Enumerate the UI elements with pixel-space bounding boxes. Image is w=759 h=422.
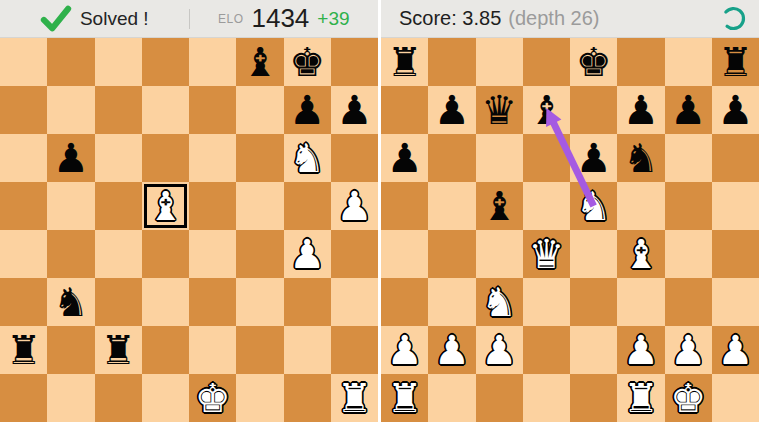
square-f8[interactable] xyxy=(617,38,664,86)
square-c5[interactable]: ♝ xyxy=(476,182,523,230)
square-h5[interactable]: ♟ xyxy=(331,182,378,230)
square-d2[interactable] xyxy=(523,326,570,374)
square-b2[interactable]: ♟ xyxy=(428,326,475,374)
square-d4[interactable] xyxy=(142,230,189,278)
black-knight: ♞ xyxy=(623,134,659,182)
square-d3[interactable] xyxy=(142,278,189,326)
square-e6[interactable] xyxy=(189,134,236,182)
elo-label: ELO xyxy=(218,12,244,26)
white-king: ♚ xyxy=(195,374,231,422)
elo-delta: +39 xyxy=(317,8,349,30)
solved-status: Solved ! xyxy=(0,5,189,33)
square-c2[interactable]: ♟ xyxy=(476,326,523,374)
black-knight: ♞ xyxy=(53,278,89,326)
square-d2[interactable] xyxy=(142,326,189,374)
square-a7[interactable] xyxy=(381,86,428,134)
square-g3[interactable] xyxy=(665,278,712,326)
black-pawn: ♟ xyxy=(670,86,706,134)
black-rook: ♜ xyxy=(387,38,423,86)
square-d8[interactable] xyxy=(523,38,570,86)
black-rook: ♜ xyxy=(100,326,136,374)
square-g2[interactable]: ♟ xyxy=(665,326,712,374)
black-king: ♚ xyxy=(576,38,612,86)
square-b3[interactable] xyxy=(428,278,475,326)
square-b5[interactable] xyxy=(428,182,475,230)
square-f1[interactable] xyxy=(236,374,283,422)
square-d6[interactable] xyxy=(523,134,570,182)
depth-label: (depth 26) xyxy=(508,7,599,30)
square-g7[interactable]: ♟ xyxy=(284,86,331,134)
square-a2[interactable]: ♜ xyxy=(0,326,47,374)
elo-status: ELO 1434 +39 xyxy=(190,3,379,34)
square-f2[interactable]: ♟ xyxy=(617,326,664,374)
square-d8[interactable] xyxy=(142,38,189,86)
square-f7[interactable]: ♟ xyxy=(617,86,664,134)
puzzle-header: Solved ! ELO 1434 +39 xyxy=(0,0,378,38)
square-e3[interactable] xyxy=(570,278,617,326)
square-a8[interactable]: ♜ xyxy=(381,38,428,86)
white-king: ♚ xyxy=(670,374,706,422)
square-g5[interactable] xyxy=(665,182,712,230)
square-b2[interactable] xyxy=(47,326,94,374)
square-f7[interactable] xyxy=(236,86,283,134)
square-e1[interactable]: ♚ xyxy=(189,374,236,422)
square-c1[interactable] xyxy=(95,374,142,422)
square-g6[interactable]: ♞ xyxy=(284,134,331,182)
square-f5[interactable] xyxy=(617,182,664,230)
square-h8[interactable]: ♜ xyxy=(712,38,759,86)
square-d1[interactable] xyxy=(523,374,570,422)
square-h7[interactable]: ♟ xyxy=(331,86,378,134)
square-f4[interactable]: ♝ xyxy=(617,230,664,278)
black-pawn: ♟ xyxy=(623,86,659,134)
square-e5[interactable]: ♞ xyxy=(570,182,617,230)
square-d7[interactable] xyxy=(142,86,189,134)
square-c5[interactable] xyxy=(95,182,142,230)
square-g4[interactable] xyxy=(665,230,712,278)
white-knight: ♞ xyxy=(481,278,517,326)
white-pawn: ♟ xyxy=(387,326,423,374)
square-f6[interactable]: ♞ xyxy=(617,134,664,182)
square-h6[interactable] xyxy=(712,134,759,182)
white-knight: ♞ xyxy=(289,134,325,182)
square-c4[interactable] xyxy=(95,230,142,278)
square-c8[interactable] xyxy=(95,38,142,86)
solved-label: Solved ! xyxy=(80,8,149,30)
square-e8[interactable]: ♚ xyxy=(570,38,617,86)
black-rook: ♜ xyxy=(717,38,753,86)
square-g8[interactable]: ♚ xyxy=(284,38,331,86)
square-a1[interactable]: ♜ xyxy=(381,374,428,422)
black-pawn: ♟ xyxy=(336,86,372,134)
square-b4[interactable] xyxy=(47,230,94,278)
black-pawn: ♟ xyxy=(289,86,325,134)
score-row: Score: 3.85 (depth 26) xyxy=(381,5,759,32)
square-d4[interactable]: ♛ xyxy=(523,230,570,278)
square-b7[interactable] xyxy=(47,86,94,134)
check-icon xyxy=(40,5,72,33)
loading-spinner-icon xyxy=(714,0,752,38)
square-a3[interactable] xyxy=(0,278,47,326)
black-rook: ♜ xyxy=(6,326,42,374)
square-a6[interactable]: ♟ xyxy=(381,134,428,182)
square-d5[interactable] xyxy=(523,182,570,230)
square-c8[interactable] xyxy=(476,38,523,86)
black-king: ♚ xyxy=(289,38,325,86)
square-a8[interactable] xyxy=(0,38,47,86)
black-bishop: ♝ xyxy=(242,38,278,86)
square-b1[interactable] xyxy=(428,374,475,422)
square-g5[interactable] xyxy=(284,182,331,230)
white-pawn: ♟ xyxy=(434,326,470,374)
square-e2[interactable] xyxy=(570,326,617,374)
square-e2[interactable] xyxy=(189,326,236,374)
square-a2[interactable]: ♟ xyxy=(381,326,428,374)
square-h7[interactable]: ♟ xyxy=(712,86,759,134)
square-e3[interactable] xyxy=(189,278,236,326)
white-rook: ♜ xyxy=(623,374,659,422)
square-c6[interactable] xyxy=(95,134,142,182)
square-c4[interactable] xyxy=(476,230,523,278)
white-bishop: ♝ xyxy=(147,182,183,230)
square-e7[interactable] xyxy=(570,86,617,134)
square-d7[interactable]: ♝ xyxy=(523,86,570,134)
square-e1[interactable] xyxy=(570,374,617,422)
square-f3[interactable] xyxy=(617,278,664,326)
square-c3[interactable]: ♞ xyxy=(476,278,523,326)
white-rook: ♜ xyxy=(387,374,423,422)
square-g6[interactable] xyxy=(665,134,712,182)
square-h4[interactable] xyxy=(331,230,378,278)
square-h8[interactable] xyxy=(331,38,378,86)
black-queen: ♛ xyxy=(481,86,517,134)
square-f3[interactable] xyxy=(236,278,283,326)
chess-app: Solved ! ELO 1434 +39 ♝♚♟♟♟♞♝♟♟♞♜♜♚♜ Sco… xyxy=(0,0,759,422)
score-label: Score: 3.85 xyxy=(399,7,501,30)
analysis-board: ♜♚♜♟♛♝♟♟♟♟♟♞♝♞♛♝♞♟♟♟♟♟♟♜♜♚ xyxy=(381,38,759,422)
white-pawn: ♟ xyxy=(717,326,753,374)
analysis-panel: Score: 3.85 (depth 26) ♜♚♜♟♛♝♟♟♟♟♟♞♝♞♛♝♞… xyxy=(381,0,759,422)
square-d1[interactable] xyxy=(142,374,189,422)
square-b1[interactable] xyxy=(47,374,94,422)
square-c6[interactable] xyxy=(476,134,523,182)
square-b6[interactable]: ♟ xyxy=(47,134,94,182)
square-c7[interactable] xyxy=(95,86,142,134)
white-pawn: ♟ xyxy=(336,182,372,230)
square-b7[interactable]: ♟ xyxy=(428,86,475,134)
square-f5[interactable] xyxy=(236,182,283,230)
black-pawn: ♟ xyxy=(434,86,470,134)
square-a4[interactable] xyxy=(0,230,47,278)
square-h2[interactable] xyxy=(331,326,378,374)
square-a1[interactable] xyxy=(0,374,47,422)
square-c7[interactable]: ♛ xyxy=(476,86,523,134)
square-b8[interactable] xyxy=(428,38,475,86)
square-e8[interactable] xyxy=(189,38,236,86)
white-pawn: ♟ xyxy=(670,326,706,374)
analysis-header: Score: 3.85 (depth 26) xyxy=(381,0,759,38)
white-queen: ♛ xyxy=(528,230,564,278)
square-f6[interactable] xyxy=(236,134,283,182)
square-g2[interactable] xyxy=(284,326,331,374)
square-d5[interactable]: ♝ xyxy=(142,182,189,230)
square-f2[interactable] xyxy=(236,326,283,374)
black-bishop: ♝ xyxy=(481,182,517,230)
square-e4[interactable] xyxy=(189,230,236,278)
square-h1[interactable] xyxy=(712,374,759,422)
square-e6[interactable]: ♟ xyxy=(570,134,617,182)
square-h4[interactable] xyxy=(712,230,759,278)
square-h3[interactable] xyxy=(331,278,378,326)
square-h5[interactable] xyxy=(712,182,759,230)
puzzle-board: ♝♚♟♟♟♞♝♟♟♞♜♜♚♜ xyxy=(0,38,378,422)
square-h6[interactable] xyxy=(331,134,378,182)
square-a5[interactable] xyxy=(0,182,47,230)
square-a4[interactable] xyxy=(381,230,428,278)
black-pawn: ♟ xyxy=(387,134,423,182)
square-a6[interactable] xyxy=(0,134,47,182)
square-g8[interactable] xyxy=(665,38,712,86)
square-f1[interactable]: ♜ xyxy=(617,374,664,422)
square-g7[interactable]: ♟ xyxy=(665,86,712,134)
square-b4[interactable] xyxy=(428,230,475,278)
white-pawn: ♟ xyxy=(623,326,659,374)
white-pawn: ♟ xyxy=(289,230,325,278)
square-f4[interactable] xyxy=(236,230,283,278)
square-b8[interactable] xyxy=(47,38,94,86)
square-g4[interactable]: ♟ xyxy=(284,230,331,278)
square-b3[interactable]: ♞ xyxy=(47,278,94,326)
square-d3[interactable] xyxy=(523,278,570,326)
white-rook: ♜ xyxy=(336,374,372,422)
square-f8[interactable]: ♝ xyxy=(236,38,283,86)
black-pawn: ♟ xyxy=(53,134,89,182)
square-d6[interactable] xyxy=(142,134,189,182)
square-c2[interactable]: ♜ xyxy=(95,326,142,374)
square-b5[interactable] xyxy=(47,182,94,230)
square-b6[interactable] xyxy=(428,134,475,182)
black-pawn: ♟ xyxy=(576,134,612,182)
square-h2[interactable]: ♟ xyxy=(712,326,759,374)
white-bishop: ♝ xyxy=(623,230,659,278)
square-g3[interactable] xyxy=(284,278,331,326)
square-g1[interactable]: ♚ xyxy=(665,374,712,422)
elo-value: 1434 xyxy=(251,3,309,34)
white-knight: ♞ xyxy=(576,182,612,230)
square-a3[interactable] xyxy=(381,278,428,326)
square-c3[interactable] xyxy=(95,278,142,326)
square-e4[interactable] xyxy=(570,230,617,278)
black-pawn: ♟ xyxy=(717,86,753,134)
puzzle-panel: Solved ! ELO 1434 +39 ♝♚♟♟♟♞♝♟♟♞♜♜♚♜ xyxy=(0,0,378,422)
square-c1[interactable] xyxy=(476,374,523,422)
square-a5[interactable] xyxy=(381,182,428,230)
square-h3[interactable] xyxy=(712,278,759,326)
square-e5[interactable] xyxy=(189,182,236,230)
square-a7[interactable] xyxy=(0,86,47,134)
white-pawn: ♟ xyxy=(481,326,517,374)
square-e7[interactable] xyxy=(189,86,236,134)
black-bishop: ♝ xyxy=(528,86,564,134)
square-g1[interactable] xyxy=(284,374,331,422)
square-h1[interactable]: ♜ xyxy=(331,374,378,422)
